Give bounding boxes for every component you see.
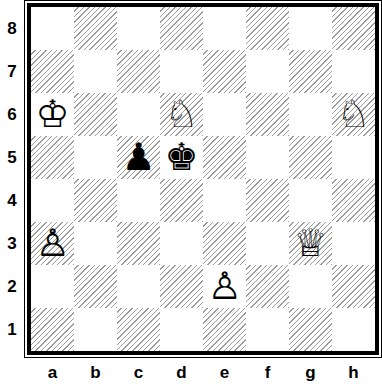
black-pawn[interactable]: ♟	[121, 136, 155, 179]
square-d7[interactable]	[160, 50, 203, 93]
rank-label-5: 5	[0, 136, 24, 179]
square-d3[interactable]	[160, 222, 203, 265]
square-h3[interactable]	[332, 222, 375, 265]
board-frame: ♔♘♘♟♚♙♕♙	[27, 3, 379, 355]
square-c8[interactable]	[117, 7, 160, 50]
square-g4[interactable]	[289, 179, 332, 222]
square-a8[interactable]	[31, 7, 74, 50]
white-queen[interactable]: ♕	[293, 222, 327, 265]
square-c7[interactable]	[117, 50, 160, 93]
square-b1[interactable]	[74, 308, 117, 351]
square-e8[interactable]	[203, 7, 246, 50]
file-labels: abcdefgh	[31, 358, 375, 387]
square-g7[interactable]	[289, 50, 332, 93]
square-b6[interactable]	[74, 93, 117, 136]
square-b5[interactable]	[74, 136, 117, 179]
square-f5[interactable]	[246, 136, 289, 179]
square-a5[interactable]	[31, 136, 74, 179]
white-knight[interactable]: ♘	[164, 93, 198, 136]
square-g6[interactable]	[289, 93, 332, 136]
rank-label-1: 1	[0, 308, 24, 351]
square-g2[interactable]	[289, 265, 332, 308]
white-knight[interactable]: ♘	[336, 93, 370, 136]
square-a4[interactable]	[31, 179, 74, 222]
square-a7[interactable]	[31, 50, 74, 93]
square-b7[interactable]	[74, 50, 117, 93]
file-label-g: g	[289, 358, 332, 387]
chess-board: ♔♘♘♟♚♙♕♙	[31, 7, 375, 351]
white-pawn[interactable]: ♙	[35, 222, 69, 265]
square-e6[interactable]	[203, 93, 246, 136]
square-e7[interactable]	[203, 50, 246, 93]
square-d4[interactable]	[160, 179, 203, 222]
rank-label-3: 3	[0, 222, 24, 265]
rank-label-4: 4	[0, 179, 24, 222]
square-g8[interactable]	[289, 7, 332, 50]
square-f7[interactable]	[246, 50, 289, 93]
file-label-b: b	[74, 358, 117, 387]
square-e1[interactable]	[203, 308, 246, 351]
square-c3[interactable]	[117, 222, 160, 265]
square-f8[interactable]	[246, 7, 289, 50]
square-h6[interactable]: ♘	[332, 93, 375, 136]
square-c5[interactable]: ♟	[117, 136, 160, 179]
black-king[interactable]: ♚	[164, 136, 198, 179]
rank-labels: 87654321	[0, 7, 24, 351]
square-a3[interactable]: ♙	[31, 222, 74, 265]
chess-diagram: 87654321 ♔♘♘♟♚♙♕♙ abcdefgh	[0, 0, 382, 387]
file-label-f: f	[246, 358, 289, 387]
square-d6[interactable]: ♘	[160, 93, 203, 136]
file-label-c: c	[117, 358, 160, 387]
square-d5[interactable]: ♚	[160, 136, 203, 179]
square-h8[interactable]	[332, 7, 375, 50]
square-c6[interactable]	[117, 93, 160, 136]
rank-label-6: 6	[0, 93, 24, 136]
square-h2[interactable]	[332, 265, 375, 308]
square-d2[interactable]	[160, 265, 203, 308]
square-h7[interactable]	[332, 50, 375, 93]
square-e5[interactable]	[203, 136, 246, 179]
square-a1[interactable]	[31, 308, 74, 351]
square-f3[interactable]	[246, 222, 289, 265]
square-d8[interactable]	[160, 7, 203, 50]
square-f2[interactable]	[246, 265, 289, 308]
square-a2[interactable]	[31, 265, 74, 308]
square-f1[interactable]	[246, 308, 289, 351]
square-a6[interactable]: ♔	[31, 93, 74, 136]
white-king[interactable]: ♔	[35, 93, 69, 136]
square-b4[interactable]	[74, 179, 117, 222]
file-label-a: a	[31, 358, 74, 387]
square-f4[interactable]	[246, 179, 289, 222]
file-label-h: h	[332, 358, 375, 387]
square-c2[interactable]	[117, 265, 160, 308]
square-h4[interactable]	[332, 179, 375, 222]
white-pawn[interactable]: ♙	[207, 265, 241, 308]
square-g1[interactable]	[289, 308, 332, 351]
square-c4[interactable]	[117, 179, 160, 222]
square-h1[interactable]	[332, 308, 375, 351]
rank-label-2: 2	[0, 265, 24, 308]
square-d1[interactable]	[160, 308, 203, 351]
square-b8[interactable]	[74, 7, 117, 50]
square-e3[interactable]	[203, 222, 246, 265]
square-f6[interactable]	[246, 93, 289, 136]
file-label-d: d	[160, 358, 203, 387]
square-e4[interactable]	[203, 179, 246, 222]
square-g5[interactable]	[289, 136, 332, 179]
file-label-e: e	[203, 358, 246, 387]
square-g3[interactable]: ♕	[289, 222, 332, 265]
square-c1[interactable]	[117, 308, 160, 351]
square-h5[interactable]	[332, 136, 375, 179]
square-b3[interactable]	[74, 222, 117, 265]
rank-label-7: 7	[0, 50, 24, 93]
square-b2[interactable]	[74, 265, 117, 308]
square-e2[interactable]: ♙	[203, 265, 246, 308]
rank-label-8: 8	[0, 7, 24, 50]
